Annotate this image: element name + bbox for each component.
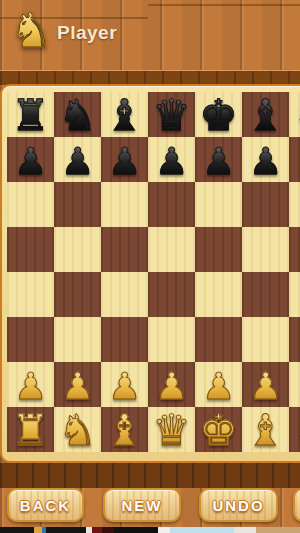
square-d6[interactable] bbox=[148, 182, 195, 227]
strip-segment bbox=[170, 527, 234, 533]
new-game-button[interactable]: NEW bbox=[103, 488, 181, 522]
square-c2[interactable]: ♟ bbox=[101, 362, 148, 407]
square-c5[interactable] bbox=[101, 227, 148, 272]
white-pawn-e2[interactable]: ♟ bbox=[195, 366, 242, 408]
square-a6[interactable] bbox=[7, 182, 54, 227]
square-a5[interactable] bbox=[7, 227, 54, 272]
square-e4[interactable] bbox=[195, 272, 242, 317]
square-c7[interactable]: ♟ bbox=[101, 137, 148, 182]
white-bishop-f1[interactable]: ♝ bbox=[242, 407, 289, 453]
square-e7[interactable]: ♟ bbox=[195, 137, 242, 182]
square-e5[interactable] bbox=[195, 227, 242, 272]
square-c3[interactable] bbox=[101, 317, 148, 362]
square-g6[interactable] bbox=[289, 182, 300, 227]
strip-segment bbox=[102, 527, 114, 533]
strip-segment bbox=[114, 527, 158, 533]
square-d3[interactable] bbox=[148, 317, 195, 362]
strip-segment bbox=[0, 527, 34, 533]
square-e8[interactable]: ♚ bbox=[195, 92, 242, 137]
header-bar: ♞ Player bbox=[0, 0, 300, 70]
undo-button[interactable]: UNDO bbox=[199, 488, 278, 522]
square-b3[interactable] bbox=[54, 317, 101, 362]
square-a1[interactable]: ♜ bbox=[7, 407, 54, 452]
square-c6[interactable] bbox=[101, 182, 148, 227]
white-rook-a1[interactable]: ♜ bbox=[7, 407, 54, 453]
square-a8[interactable]: ♜ bbox=[7, 92, 54, 137]
chess-app-screen: ♞ Player ♜♞♝♛♚♝♞♜♟♟♟♟♟♟♟♟♟♟♟♟♟♟♟♟♜♞♝♛♚♝♞… bbox=[0, 0, 300, 533]
strip-segment bbox=[256, 527, 300, 533]
square-f7[interactable]: ♟ bbox=[242, 137, 289, 182]
square-g1[interactable]: ♞ bbox=[289, 407, 300, 452]
white-pawn-c2[interactable]: ♟ bbox=[101, 366, 148, 408]
white-knight-g1[interactable]: ♞ bbox=[289, 407, 300, 453]
black-pawn-c7[interactable]: ♟ bbox=[101, 141, 148, 183]
square-g4[interactable] bbox=[289, 272, 300, 317]
black-pawn-b7[interactable]: ♟ bbox=[54, 141, 101, 183]
white-knight-b1[interactable]: ♞ bbox=[54, 407, 101, 453]
square-b7[interactable]: ♟ bbox=[54, 137, 101, 182]
square-f1[interactable]: ♝ bbox=[242, 407, 289, 452]
black-knight-b8[interactable]: ♞ bbox=[54, 92, 101, 138]
square-g3[interactable] bbox=[289, 317, 300, 362]
square-c1[interactable]: ♝ bbox=[101, 407, 148, 452]
black-queen-d8[interactable]: ♛ bbox=[148, 92, 195, 138]
square-b2[interactable]: ♟ bbox=[54, 362, 101, 407]
black-pawn-g7[interactable]: ♟ bbox=[289, 141, 300, 183]
square-d4[interactable] bbox=[148, 272, 195, 317]
square-g7[interactable]: ♟ bbox=[289, 137, 300, 182]
square-b6[interactable] bbox=[54, 182, 101, 227]
white-pawn-g2[interactable]: ♟ bbox=[289, 366, 300, 408]
square-g2[interactable]: ♟ bbox=[289, 362, 300, 407]
square-b4[interactable] bbox=[54, 272, 101, 317]
square-d1[interactable]: ♛ bbox=[148, 407, 195, 452]
square-f4[interactable] bbox=[242, 272, 289, 317]
square-g5[interactable] bbox=[289, 227, 300, 272]
square-a3[interactable] bbox=[7, 317, 54, 362]
square-e1[interactable]: ♚ bbox=[195, 407, 242, 452]
below-board-divider bbox=[0, 463, 300, 488]
white-pawn-d2[interactable]: ♟ bbox=[148, 366, 195, 408]
square-g8[interactable]: ♞ bbox=[289, 92, 300, 137]
square-b1[interactable]: ♞ bbox=[54, 407, 101, 452]
black-bishop-f8[interactable]: ♝ bbox=[242, 92, 289, 138]
knight-icon: ♞ bbox=[10, 2, 53, 60]
partial-cropped-button[interactable] bbox=[293, 488, 300, 522]
square-f8[interactable]: ♝ bbox=[242, 92, 289, 137]
black-pawn-a7[interactable]: ♟ bbox=[7, 141, 54, 183]
strip-segment bbox=[34, 527, 42, 533]
black-bishop-c8[interactable]: ♝ bbox=[101, 92, 148, 138]
square-f5[interactable] bbox=[242, 227, 289, 272]
white-queen-d1[interactable]: ♛ bbox=[148, 407, 195, 453]
screenshot-edge-strip bbox=[0, 527, 300, 533]
black-king-e8[interactable]: ♚ bbox=[195, 92, 242, 138]
white-king-e1[interactable]: ♚ bbox=[195, 407, 242, 453]
black-knight-g8[interactable]: ♞ bbox=[289, 92, 300, 138]
square-d7[interactable]: ♟ bbox=[148, 137, 195, 182]
square-a4[interactable] bbox=[7, 272, 54, 317]
white-pawn-f2[interactable]: ♟ bbox=[242, 366, 289, 408]
square-e6[interactable] bbox=[195, 182, 242, 227]
white-bishop-c1[interactable]: ♝ bbox=[101, 407, 148, 453]
square-f2[interactable]: ♟ bbox=[242, 362, 289, 407]
black-rook-a8[interactable]: ♜ bbox=[7, 92, 54, 138]
square-b8[interactable]: ♞ bbox=[54, 92, 101, 137]
back-button[interactable]: BACK bbox=[7, 488, 84, 522]
black-pawn-f7[interactable]: ♟ bbox=[242, 141, 289, 183]
square-c8[interactable]: ♝ bbox=[101, 92, 148, 137]
square-a7[interactable]: ♟ bbox=[7, 137, 54, 182]
black-pawn-d7[interactable]: ♟ bbox=[148, 141, 195, 183]
square-a2[interactable]: ♟ bbox=[7, 362, 54, 407]
square-e3[interactable] bbox=[195, 317, 242, 362]
square-e2[interactable]: ♟ bbox=[195, 362, 242, 407]
white-pawn-a2[interactable]: ♟ bbox=[7, 366, 54, 408]
strip-segment bbox=[46, 527, 86, 533]
strip-segment bbox=[158, 527, 170, 533]
square-f6[interactable] bbox=[242, 182, 289, 227]
chess-board: ♜♞♝♛♚♝♞♜♟♟♟♟♟♟♟♟♟♟♟♟♟♟♟♟♜♞♝♛♚♝♞♜ bbox=[7, 92, 300, 452]
black-pawn-e7[interactable]: ♟ bbox=[195, 141, 242, 183]
strip-segment bbox=[92, 527, 102, 533]
square-c4[interactable] bbox=[101, 272, 148, 317]
white-pawn-b2[interactable]: ♟ bbox=[54, 366, 101, 408]
player-name-label: Player bbox=[57, 22, 117, 44]
square-b5[interactable] bbox=[54, 227, 101, 272]
square-d5[interactable] bbox=[148, 227, 195, 272]
square-d2[interactable]: ♟ bbox=[148, 362, 195, 407]
strip-segment bbox=[234, 527, 256, 533]
square-f3[interactable] bbox=[242, 317, 289, 362]
header-divider bbox=[0, 70, 300, 85]
square-d8[interactable]: ♛ bbox=[148, 92, 195, 137]
